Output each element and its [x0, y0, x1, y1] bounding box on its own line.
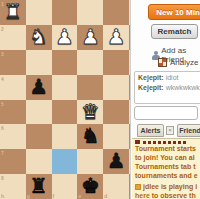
square[interactable] — [103, 50, 129, 75]
square[interactable] — [52, 124, 78, 149]
square[interactable] — [52, 0, 78, 25]
tab-friends[interactable]: Friends — [177, 124, 200, 137]
analyze-label: Analyze — [170, 58, 198, 67]
chat-history: Kejepit: idiot Kejepit: wkwkwkwk — [134, 71, 200, 104]
square[interactable] — [26, 149, 52, 174]
observe-link[interactable]: here — [135, 192, 150, 199]
square[interactable]: ♟ — [52, 25, 78, 50]
analyze-action[interactable]: Analyze — [158, 58, 198, 67]
alert-line: tournaments and e — [135, 172, 198, 179]
square[interactable] — [52, 50, 78, 75]
square[interactable]: f — [52, 174, 78, 199]
square[interactable]: 8h — [0, 174, 26, 199]
file-label: e — [78, 193, 81, 199]
square[interactable] — [26, 100, 52, 125]
white-pawn: ♟ — [77, 25, 103, 50]
square[interactable] — [26, 124, 52, 149]
chat-message: Kejepit: wkwkwkwk — [135, 82, 200, 92]
square[interactable] — [103, 100, 129, 125]
square[interactable] — [103, 0, 129, 25]
square[interactable]: ♛ — [77, 100, 103, 125]
tab-alerts[interactable]: Alerts — [137, 124, 164, 137]
rank-label: 2 — [1, 26, 4, 32]
square[interactable]: 3 — [0, 50, 26, 75]
live-chess-screen: ♜12♞♟♟♟34♟5♛6♞7♟8h♜gf♚edcba New 10 Min R… — [0, 0, 200, 199]
square[interactable] — [77, 50, 103, 75]
alert-observe-text: to observe th — [150, 192, 196, 199]
alerts-close-icon[interactable]: × — [166, 126, 174, 135]
square[interactable]: d — [103, 174, 129, 199]
rank-label: 5 — [1, 101, 4, 107]
rank-label: 3 — [1, 51, 4, 57]
square[interactable]: 6 — [0, 124, 26, 149]
square[interactable]: ♚e — [77, 174, 103, 199]
analyze-board-icon — [158, 58, 167, 67]
chat-text: wkwkwkwk — [166, 84, 200, 91]
alert-playing-text: jdlee is playing i — [143, 183, 197, 190]
white-queen: ♛ — [77, 100, 103, 125]
file-label: f — [53, 193, 55, 199]
clipped-alert-icon — [135, 140, 140, 144]
chat-username: Kejepit: — [138, 84, 164, 91]
square[interactable]: ♟ — [103, 149, 129, 174]
square[interactable]: ♞ — [77, 124, 103, 149]
rank-label: 4 — [1, 76, 4, 82]
square[interactable]: ♟ — [103, 25, 129, 50]
square[interactable] — [52, 100, 78, 125]
square[interactable]: ♟ — [77, 25, 103, 50]
black-pawn: ♟ — [103, 149, 129, 174]
file-label: h — [1, 193, 4, 199]
board-grid: ♜12♞♟♟♟34♟5♛6♞7♟8h♜gf♚edcba — [0, 0, 130, 199]
white-pawn: ♟ — [52, 25, 78, 50]
black-king: ♚ — [77, 174, 103, 199]
alerts-panel: Tournament starts to join! You can al To… — [132, 138, 200, 199]
square[interactable]: ♜g — [26, 174, 52, 199]
file-label: g — [27, 193, 30, 199]
rank-label: 7 — [1, 150, 4, 156]
square[interactable]: 4 — [0, 75, 26, 100]
alert-line: to join! You can al — [135, 154, 195, 161]
new-game-button[interactable]: New 10 Min — [148, 4, 200, 20]
square[interactable] — [77, 75, 103, 100]
square[interactable]: 7 — [0, 149, 26, 174]
chess-board: ♜12♞♟♟♟34♟5♛6♞7♟8h♜gf♚edcba — [0, 0, 130, 199]
chat-message: Kejepit: idiot — [135, 72, 200, 82]
file-label: d — [104, 193, 107, 199]
square[interactable] — [52, 149, 78, 174]
white-knight: ♞ — [26, 25, 52, 50]
chat-username: Kejepit: — [138, 74, 164, 81]
rematch-button[interactable]: Rematch — [151, 24, 198, 39]
black-pawn: ♟ — [26, 75, 52, 100]
white-pawn: ♟ — [103, 25, 129, 50]
square[interactable]: ♟ — [26, 75, 52, 100]
square[interactable] — [103, 124, 129, 149]
square[interactable] — [26, 50, 52, 75]
square[interactable]: 2 — [0, 25, 26, 50]
square[interactable] — [77, 0, 103, 25]
alert-line: Tournament starts — [135, 145, 196, 152]
square[interactable]: ♜1 — [0, 0, 26, 25]
rank-label: 1 — [1, 1, 4, 7]
square[interactable]: 5 — [0, 100, 26, 125]
sidebar: New 10 Min Rematch Add as Friend Analyze… — [130, 0, 200, 199]
alert-line: here to observe th — [135, 192, 196, 199]
alert-line: Tournaments tab t — [135, 163, 196, 170]
game-alert-icon — [135, 184, 141, 190]
square[interactable] — [103, 75, 129, 100]
square[interactable]: ♞ — [26, 25, 52, 50]
rank-label: 8 — [1, 175, 4, 181]
black-knight: ♞ — [77, 124, 103, 149]
clipped-alert-text — [143, 141, 187, 144]
chat-input[interactable] — [134, 106, 198, 120]
square[interactable] — [77, 149, 103, 174]
square[interactable] — [52, 75, 78, 100]
chat-text: idiot — [166, 74, 179, 81]
rank-label: 6 — [1, 125, 4, 131]
square[interactable] — [26, 0, 52, 25]
alert-line: jdlee is playing i — [135, 183, 197, 190]
